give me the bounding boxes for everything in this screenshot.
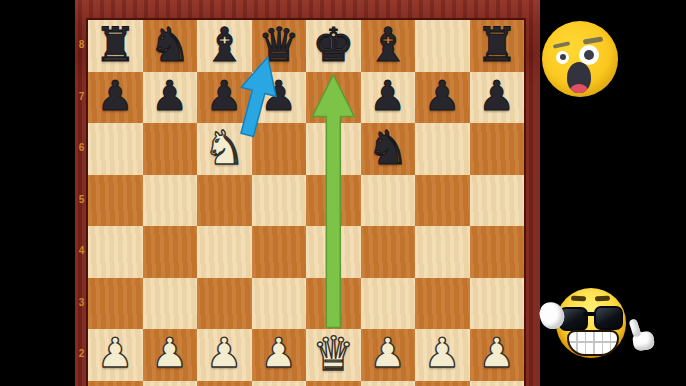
square-b1[interactable]: ♞ [143, 381, 198, 386]
square-c1[interactable]: ♝ [197, 381, 252, 386]
shocked-face-emoji [542, 21, 618, 97]
sunglasses-bridge [583, 312, 596, 316]
square-a3[interactable] [88, 278, 143, 330]
square-a8[interactable]: ♜ [88, 20, 143, 72]
left-eyebrow [571, 295, 586, 301]
square-d5[interactable] [252, 175, 307, 227]
piece-black-pawn[interactable]: ♟ [206, 76, 243, 117]
square-h8[interactable]: ♜ [470, 20, 525, 72]
square-c7[interactable]: ♟ [197, 72, 252, 124]
right-pupil [584, 50, 594, 60]
square-b8[interactable]: ♞ [143, 20, 198, 72]
piece-black-pawn[interactable]: ♟ [260, 76, 297, 117]
piece-black-bishop[interactable]: ♝ [367, 21, 409, 68]
piece-white-king[interactable]: ♚ [312, 382, 354, 386]
square-d8[interactable]: ♛ [252, 20, 307, 72]
square-c8[interactable]: ♝ [197, 20, 252, 72]
square-h6[interactable] [470, 123, 525, 175]
square-d3[interactable] [252, 278, 307, 330]
square-f5[interactable] [361, 175, 416, 227]
square-e1[interactable]: ♚ [306, 381, 361, 386]
rank-label-7: 7 [76, 91, 87, 102]
square-f8[interactable]: ♝ [361, 20, 416, 72]
square-h7[interactable]: ♟ [470, 72, 525, 124]
square-c3[interactable] [197, 278, 252, 330]
rank-label-2: 2 [76, 348, 87, 359]
rank-label-3: 3 [76, 297, 87, 308]
square-a6[interactable] [88, 123, 143, 175]
left-eye [556, 51, 569, 64]
square-g1[interactable] [415, 381, 470, 386]
square-c2[interactable]: ♟ [197, 329, 252, 381]
piece-black-pawn[interactable]: ♟ [369, 76, 406, 117]
piece-white-pawn[interactable]: ♟ [478, 333, 515, 374]
piece-black-rook[interactable]: ♜ [94, 21, 136, 68]
piece-white-knight[interactable]: ♞ [149, 382, 191, 386]
square-e4[interactable] [306, 226, 361, 278]
square-g3[interactable] [415, 278, 470, 330]
square-d6[interactable] [252, 123, 307, 175]
square-g5[interactable] [415, 175, 470, 227]
piece-white-bishop[interactable]: ♝ [367, 382, 409, 386]
piece-white-pawn[interactable]: ♟ [151, 333, 188, 374]
square-h5[interactable] [470, 175, 525, 227]
square-g4[interactable] [415, 226, 470, 278]
thumbs-up-thumb [628, 318, 641, 338]
piece-white-pawn[interactable]: ♟ [369, 333, 406, 374]
square-h1[interactable]: ♜ [470, 381, 525, 386]
cool-sunglasses-thumbs-up-emoji [556, 288, 626, 358]
square-b6[interactable] [143, 123, 198, 175]
piece-black-pawn[interactable]: ♟ [151, 76, 188, 117]
square-a5[interactable] [88, 175, 143, 227]
piece-white-knight[interactable]: ♞ [203, 124, 245, 171]
square-g2[interactable]: ♟ [415, 329, 470, 381]
grinning-teeth [567, 330, 619, 356]
square-f1[interactable]: ♝ [361, 381, 416, 386]
piece-white-pawn[interactable]: ♟ [206, 333, 243, 374]
square-e6[interactable] [306, 123, 361, 175]
square-d2[interactable]: ♟ [252, 329, 307, 381]
board-clip: ♜♞♝♛♚♝♜♟♟♟♟♟♟♟♞♞♟♟♟♟♛♟♟♟♜♞♝♚♝♜ [88, 20, 524, 386]
chess-board[interactable]: ♜♞♝♛♚♝♜♟♟♟♟♟♟♟♞♞♟♟♟♟♛♟♟♟♜♞♝♚♝♜ [88, 20, 524, 386]
square-a1[interactable]: ♜ [88, 381, 143, 386]
square-c6[interactable]: ♞ [197, 123, 252, 175]
chess-board-frame: ♜♞♝♛♚♝♜♟♟♟♟♟♟♟♞♞♟♟♟♟♛♟♟♟♜♞♝♚♝♜ [75, 0, 540, 386]
square-c4[interactable] [197, 226, 252, 278]
piece-white-rook[interactable]: ♜ [476, 382, 518, 386]
rank-label-4: 4 [76, 245, 87, 256]
square-e7[interactable] [306, 72, 361, 124]
rank-label-6: 6 [76, 142, 87, 153]
square-b2[interactable]: ♟ [143, 329, 198, 381]
piece-white-pawn[interactable]: ♟ [424, 333, 461, 374]
sunglasses-right-lens [594, 306, 623, 330]
left-pupil [560, 54, 566, 60]
square-e5[interactable] [306, 175, 361, 227]
square-g8[interactable] [415, 20, 470, 72]
square-h2[interactable]: ♟ [470, 329, 525, 381]
square-f2[interactable]: ♟ [361, 329, 416, 381]
square-f6[interactable]: ♞ [361, 123, 416, 175]
square-b4[interactable] [143, 226, 198, 278]
piece-black-king[interactable]: ♚ [312, 21, 354, 68]
piece-black-queen[interactable]: ♛ [258, 21, 300, 68]
square-e8[interactable]: ♚ [306, 20, 361, 72]
piece-white-queen[interactable]: ♛ [312, 330, 354, 377]
square-e3[interactable] [306, 278, 361, 330]
piece-white-bishop[interactable]: ♝ [203, 382, 245, 386]
square-a2[interactable]: ♟ [88, 329, 143, 381]
rank-label-5: 5 [76, 194, 87, 205]
square-g6[interactable] [415, 123, 470, 175]
square-b3[interactable] [143, 278, 198, 330]
square-h4[interactable] [470, 226, 525, 278]
piece-white-rook[interactable]: ♜ [94, 382, 136, 386]
piece-black-rook[interactable]: ♜ [476, 21, 518, 68]
square-f4[interactable] [361, 226, 416, 278]
open-mouth [567, 62, 591, 93]
square-a4[interactable] [88, 226, 143, 278]
square-f7[interactable]: ♟ [361, 72, 416, 124]
square-c5[interactable] [197, 175, 252, 227]
piece-black-pawn[interactable]: ♟ [478, 76, 515, 117]
piece-black-bishop[interactable]: ♝ [203, 21, 245, 68]
piece-white-pawn[interactable]: ♟ [97, 333, 134, 374]
square-g7[interactable]: ♟ [415, 72, 470, 124]
piece-black-pawn[interactable]: ♟ [424, 76, 461, 117]
thumbnail-canvas: ♜♞♝♛♚♝♜♟♟♟♟♟♟♟♞♞♟♟♟♟♛♟♟♟♜♞♝♚♝♜ 8765432 [0, 0, 686, 386]
square-d4[interactable] [252, 226, 307, 278]
square-a7[interactable]: ♟ [88, 72, 143, 124]
square-f3[interactable] [361, 278, 416, 330]
square-e2[interactable]: ♛ [306, 329, 361, 381]
square-d7[interactable]: ♟ [252, 72, 307, 124]
rank-label-8: 8 [76, 39, 87, 50]
right-eyebrow [595, 295, 610, 301]
piece-white-pawn[interactable]: ♟ [260, 333, 297, 374]
square-d1[interactable] [252, 381, 307, 386]
square-b7[interactable]: ♟ [143, 72, 198, 124]
piece-black-knight[interactable]: ♞ [367, 124, 409, 171]
piece-black-pawn[interactable]: ♟ [97, 76, 134, 117]
piece-black-knight[interactable]: ♞ [149, 21, 191, 68]
square-b5[interactable] [143, 175, 198, 227]
square-h3[interactable] [470, 278, 525, 330]
